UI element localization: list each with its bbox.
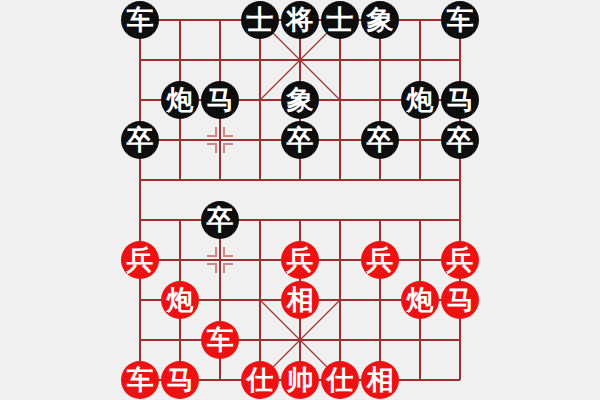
piece-black-elephant[interactable]: 象	[361, 1, 399, 39]
piece-red-cannon[interactable]: 炮	[401, 281, 439, 319]
piece-black-advisor[interactable]: 士	[241, 1, 279, 39]
piece-black-general[interactable]: 将	[281, 1, 319, 39]
piece-red-horse[interactable]: 马	[441, 281, 479, 319]
piece-red-soldier[interactable]: 兵	[281, 241, 319, 279]
piece-red-horse[interactable]: 马	[161, 361, 199, 399]
xiangqi-board-screen: 车士将士象车炮马象炮马卒卒卒卒卒兵兵兵兵炮相炮马车车马仕帅仕相	[0, 0, 600, 400]
piece-black-soldier[interactable]: 卒	[361, 121, 399, 159]
piece-layer: 车士将士象车炮马象炮马卒卒卒卒卒兵兵兵兵炮相炮马车车马仕帅仕相	[120, 0, 480, 400]
piece-red-soldier[interactable]: 兵	[361, 241, 399, 279]
piece-red-chariot[interactable]: 车	[201, 321, 239, 359]
piece-black-horse[interactable]: 马	[441, 81, 479, 119]
piece-red-elephant[interactable]: 相	[361, 361, 399, 399]
piece-black-cannon[interactable]: 炮	[161, 81, 199, 119]
piece-black-soldier[interactable]: 卒	[201, 201, 239, 239]
piece-red-soldier[interactable]: 兵	[121, 241, 159, 279]
piece-red-cannon[interactable]: 炮	[161, 281, 199, 319]
piece-red-advisor[interactable]: 仕	[241, 361, 279, 399]
piece-red-elephant[interactable]: 相	[281, 281, 319, 319]
piece-red-chariot[interactable]: 车	[121, 361, 159, 399]
piece-black-elephant[interactable]: 象	[281, 81, 319, 119]
piece-black-soldier[interactable]: 卒	[281, 121, 319, 159]
piece-black-chariot[interactable]: 车	[121, 1, 159, 39]
piece-red-general[interactable]: 帅	[281, 361, 319, 399]
piece-black-horse[interactable]: 马	[201, 81, 239, 119]
piece-black-advisor[interactable]: 士	[321, 1, 359, 39]
piece-black-cannon[interactable]: 炮	[401, 81, 439, 119]
piece-red-soldier[interactable]: 兵	[441, 241, 479, 279]
piece-black-chariot[interactable]: 车	[441, 1, 479, 39]
piece-red-advisor[interactable]: 仕	[321, 361, 359, 399]
piece-black-soldier[interactable]: 卒	[121, 121, 159, 159]
piece-black-soldier[interactable]: 卒	[441, 121, 479, 159]
